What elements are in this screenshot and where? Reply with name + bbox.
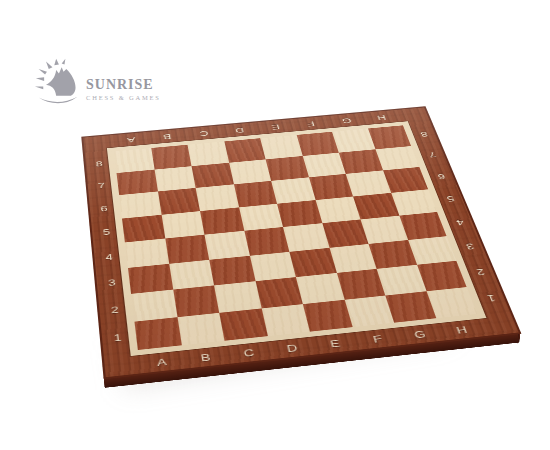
file-label-b-bottom: B — [200, 352, 211, 363]
square-e3 — [289, 248, 336, 278]
file-label-g-top: G — [341, 117, 352, 124]
rank-label-4-left: 4 — [105, 252, 113, 261]
square-e2 — [296, 273, 344, 304]
rank-label-5-right: 5 — [446, 195, 456, 203]
file-label-g-bottom: G — [413, 329, 427, 340]
square-d2 — [255, 277, 303, 308]
rank-label-8-right: 8 — [419, 130, 428, 137]
chessboard: AABBCCDDEEFFGGHH1122334455667788 — [81, 106, 521, 379]
square-a2 — [131, 290, 177, 322]
file-label-b-top: B — [163, 133, 172, 140]
rank-label-5-left: 5 — [102, 228, 110, 237]
rank-label-3-left: 3 — [107, 278, 116, 287]
square-g1 — [385, 291, 436, 323]
file-label-a-top: A — [127, 136, 136, 143]
square-a4 — [125, 239, 169, 268]
board-squares — [114, 125, 477, 350]
square-h3 — [408, 236, 457, 265]
square-h2 — [417, 261, 467, 291]
file-label-d-bottom: D — [286, 342, 299, 353]
board-inner-border — [107, 121, 487, 356]
square-e4 — [283, 223, 329, 251]
square-d4 — [244, 227, 289, 256]
square-c3 — [209, 256, 255, 286]
rank-label-8-left: 8 — [95, 160, 103, 168]
square-b3 — [169, 260, 214, 290]
file-label-e-bottom: E — [329, 338, 341, 349]
board-scene: AABBCCDDEEFFGGHH1122334455667788 — [92, 36, 474, 418]
rank-label-2-left: 2 — [110, 304, 119, 314]
square-h4 — [399, 212, 447, 240]
square-b5 — [161, 211, 204, 239]
rank-label-7-left: 7 — [98, 181, 106, 189]
rank-label-6-left: 6 — [100, 204, 108, 212]
file-label-c-top: C — [199, 130, 209, 137]
square-g2 — [377, 265, 426, 295]
square-c2 — [214, 281, 261, 312]
square-f2 — [336, 269, 385, 300]
file-label-d-top: D — [235, 126, 245, 133]
square-e1 — [303, 299, 352, 331]
file-label-h-bottom: H — [455, 324, 468, 334]
square-b1 — [177, 312, 225, 345]
square-a5 — [122, 215, 165, 243]
sunrise-knight-logo-icon — [34, 58, 82, 104]
file-label-f-top: F — [307, 120, 316, 127]
square-b4 — [165, 235, 209, 264]
square-g3 — [368, 240, 416, 269]
rank-label-1-left: 1 — [113, 332, 122, 342]
square-h1 — [426, 287, 477, 319]
square-c1 — [219, 308, 267, 341]
square-c4 — [204, 231, 249, 260]
rank-label-1-right: 1 — [486, 293, 497, 303]
file-label-c-bottom: C — [243, 347, 255, 358]
square-d3 — [249, 252, 296, 282]
board-side-left — [81, 137, 104, 390]
square-b2 — [173, 285, 219, 316]
square-f1 — [344, 295, 394, 327]
product-photo: SUNRISE CHESS & GAMES AABBCCDDEEFFGGHH11… — [0, 0, 550, 450]
file-label-f-bottom: F — [372, 333, 383, 343]
rank-label-7-right: 7 — [428, 151, 437, 159]
rank-label-4-right: 4 — [455, 218, 465, 227]
square-c5 — [200, 207, 244, 235]
rank-label-2-right: 2 — [475, 267, 486, 276]
rank-label-3-right: 3 — [465, 242, 476, 251]
square-f3 — [329, 244, 377, 273]
file-label-e-top: E — [271, 123, 281, 130]
file-label-h-top: H — [376, 114, 387, 121]
rank-label-6-right: 6 — [437, 172, 447, 180]
file-label-a-bottom: A — [156, 356, 167, 367]
square-a1 — [134, 317, 181, 350]
square-a3 — [128, 264, 173, 294]
square-d1 — [261, 304, 310, 336]
